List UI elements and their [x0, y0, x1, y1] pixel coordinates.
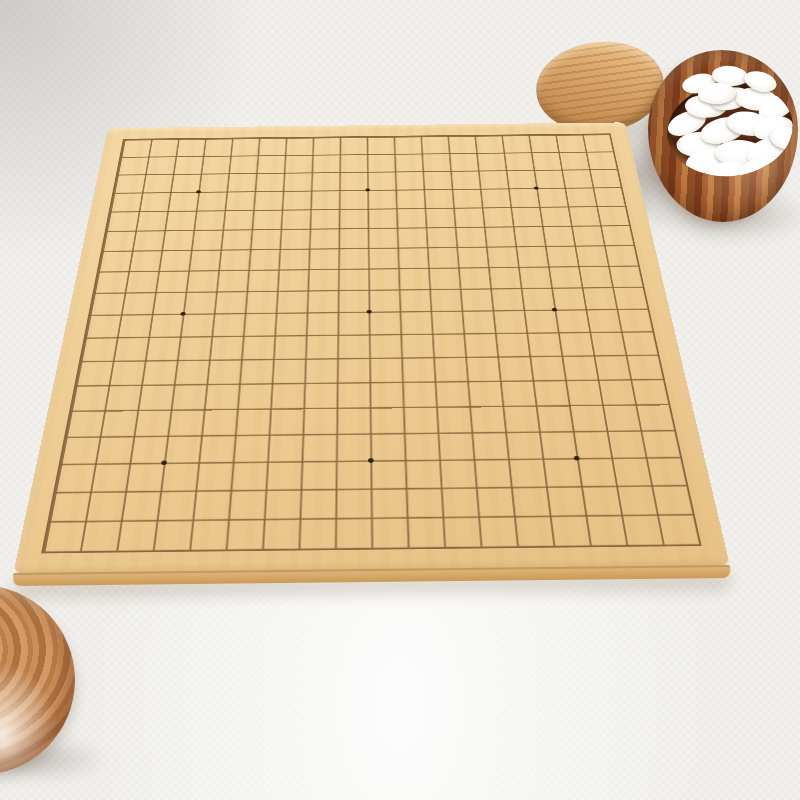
star-point	[161, 461, 167, 466]
go-board	[5, 0, 730, 590]
star-point	[366, 310, 371, 314]
board-grid	[41, 133, 701, 553]
star-point	[574, 456, 580, 461]
fabric-background	[0, 0, 800, 800]
star-point	[196, 190, 201, 193]
star-point	[368, 458, 374, 463]
star-point	[552, 308, 558, 312]
star-point	[534, 187, 539, 190]
board-surface	[13, 122, 730, 574]
star-point	[180, 312, 185, 316]
star-point	[365, 188, 370, 191]
